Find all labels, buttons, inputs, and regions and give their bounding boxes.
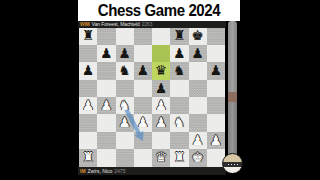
white-player-fide-title: IM — [80, 168, 86, 174]
square-e2[interactable] — [152, 132, 170, 149]
piece-black-rook-f8[interactable]: ♜ — [173, 29, 185, 43]
square-h7[interactable] — [207, 45, 225, 62]
square-g6[interactable] — [189, 62, 207, 79]
square-g5[interactable] — [189, 80, 207, 97]
black-player-name: Van Foreest, Machteld — [92, 22, 140, 27]
piece-black-pawn-h6[interactable]: ♟ — [210, 64, 222, 78]
square-f1[interactable]: ♜ — [170, 149, 188, 166]
piece-white-pawn-b4[interactable]: ♟ — [100, 98, 112, 112]
video-frame: Chess Game 2024 WIM Van Foreest, Machtel… — [0, 0, 320, 180]
square-g8[interactable]: ♚ — [189, 28, 207, 45]
page-title: Chess Game 2024 — [98, 1, 220, 19]
square-e7[interactable] — [152, 45, 170, 62]
scrollbar-thumb-top — [228, 21, 237, 92]
piece-white-king-g1[interactable]: ♚ — [192, 151, 204, 165]
square-h3[interactable] — [207, 114, 225, 131]
square-a8[interactable]: ♜ — [79, 28, 97, 45]
piece-black-queen-e6[interactable]: ♛ — [155, 64, 167, 78]
square-d4[interactable] — [134, 97, 152, 114]
square-e3[interactable]: ♟ — [152, 114, 170, 131]
square-e5[interactable]: ♟ — [152, 80, 170, 97]
square-a5[interactable] — [79, 80, 97, 97]
badge-marks — [228, 164, 239, 165]
piece-black-knight-f6[interactable]: ♞ — [173, 64, 185, 78]
scrollbar[interactable] — [228, 21, 237, 167]
square-h8[interactable] — [207, 28, 225, 45]
piece-white-pawn-c3[interactable]: ♟ — [119, 116, 131, 130]
square-g4[interactable] — [189, 97, 207, 114]
square-c8[interactable] — [116, 28, 134, 45]
piece-white-pawn-g2[interactable]: ♟ — [192, 133, 204, 147]
square-e6[interactable]: ♛ — [152, 62, 170, 79]
chess-board[interactable]: ♜♜♚♟♟♟♟♟♞♟♛♞♟♟♟♟♞♟♟♟♟♞♟♟♜♛♜♚ — [79, 28, 225, 167]
square-c7[interactable]: ♟ — [116, 45, 134, 62]
square-f4[interactable] — [170, 97, 188, 114]
square-c2[interactable] — [116, 132, 134, 149]
square-a7[interactable] — [79, 45, 97, 62]
square-a3[interactable] — [79, 114, 97, 131]
square-f8[interactable]: ♜ — [170, 28, 188, 45]
square-d5[interactable] — [134, 80, 152, 97]
square-e8[interactable] — [152, 28, 170, 45]
square-f7[interactable]: ♟ — [170, 45, 188, 62]
piece-white-pawn-e4[interactable]: ♟ — [155, 98, 167, 112]
white-player-bar: IM Zwirs, Nico 2475 — [78, 167, 226, 175]
square-c3[interactable]: ♟ — [116, 114, 134, 131]
square-b3[interactable] — [97, 114, 115, 131]
piece-white-pawn-e3[interactable]: ♟ — [155, 116, 167, 130]
square-g3[interactable] — [189, 114, 207, 131]
piece-white-knight-c4[interactable]: ♞ — [119, 98, 131, 112]
square-f5[interactable] — [170, 80, 188, 97]
square-h2[interactable]: ♟ — [207, 132, 225, 149]
square-b5[interactable] — [97, 80, 115, 97]
square-d6[interactable]: ♟ — [134, 62, 152, 79]
square-d3[interactable]: ♟ — [134, 114, 152, 131]
piece-black-pawn-b7[interactable]: ♟ — [100, 46, 112, 60]
square-e1[interactable]: ♛ — [152, 149, 170, 166]
piece-white-knight-f3[interactable]: ♞ — [173, 116, 185, 130]
piece-black-pawn-f7[interactable]: ♟ — [173, 46, 185, 60]
square-b4[interactable]: ♟ — [97, 97, 115, 114]
white-player-name: Zwirs, Nico — [88, 168, 113, 174]
letterbox-left — [0, 0, 78, 180]
square-g2[interactable]: ♟ — [189, 132, 207, 149]
square-d1[interactable] — [134, 149, 152, 166]
black-player-rating: 2263 — [142, 22, 153, 27]
square-a4[interactable]: ♟ — [79, 97, 97, 114]
square-h4[interactable] — [207, 97, 225, 114]
piece-black-pawn-g7[interactable]: ♟ — [192, 46, 204, 60]
letterbox-right — [240, 0, 320, 180]
piece-white-rook-a1[interactable]: ♜ — [82, 151, 94, 165]
piece-black-king-g8[interactable]: ♚ — [192, 29, 204, 43]
white-player-rating: 2475 — [114, 168, 125, 174]
square-d7[interactable] — [134, 45, 152, 62]
title-banner: Chess Game 2024 — [78, 0, 240, 21]
square-b6[interactable] — [97, 62, 115, 79]
square-f6[interactable]: ♞ — [170, 62, 188, 79]
square-b7[interactable]: ♟ — [97, 45, 115, 62]
square-g1[interactable]: ♚ — [189, 149, 207, 166]
square-g7[interactable]: ♟ — [189, 45, 207, 62]
square-c6[interactable]: ♞ — [116, 62, 134, 79]
piece-black-pawn-e5[interactable]: ♟ — [155, 81, 167, 95]
piece-white-queen-e1[interactable]: ♛ — [155, 151, 167, 165]
piece-white-pawn-d3[interactable]: ♟ — [137, 116, 149, 130]
square-f3[interactable]: ♞ — [170, 114, 188, 131]
square-c4[interactable]: ♞ — [116, 97, 134, 114]
piece-white-pawn-a4[interactable]: ♟ — [82, 98, 94, 112]
piece-black-knight-c6[interactable]: ♞ — [119, 64, 131, 78]
piece-black-pawn-a6[interactable]: ♟ — [82, 64, 94, 78]
piece-white-pawn-h2[interactable]: ♟ — [210, 133, 222, 147]
piece-black-pawn-c7[interactable]: ♟ — [119, 46, 131, 60]
channel-logo-badge — [222, 153, 243, 174]
piece-black-pawn-d6[interactable]: ♟ — [137, 64, 149, 78]
square-c5[interactable] — [116, 80, 134, 97]
square-b8[interactable] — [97, 28, 115, 45]
square-h6[interactable]: ♟ — [207, 62, 225, 79]
square-d8[interactable] — [134, 28, 152, 45]
square-f2[interactable] — [170, 132, 188, 149]
square-h5[interactable] — [207, 80, 225, 97]
square-c1[interactable] — [116, 149, 134, 166]
square-a6[interactable]: ♟ — [79, 62, 97, 79]
square-d2[interactable] — [134, 132, 152, 149]
square-b2[interactable] — [97, 132, 115, 149]
piece-black-rook-a8[interactable]: ♜ — [82, 29, 94, 43]
square-e4[interactable]: ♟ — [152, 97, 170, 114]
scrollbar-accent — [228, 92, 237, 102]
piece-white-rook-f1[interactable]: ♜ — [173, 151, 185, 165]
square-a1[interactable]: ♜ — [79, 149, 97, 166]
square-a2[interactable] — [79, 132, 97, 149]
square-b1[interactable] — [97, 149, 115, 166]
